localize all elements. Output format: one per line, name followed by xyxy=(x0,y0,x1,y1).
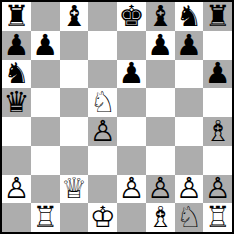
square-g1[interactable]: ♘ xyxy=(175,203,204,232)
black-king: ♚ xyxy=(118,2,144,31)
square-g7[interactable]: ♟ xyxy=(175,31,204,60)
square-b6[interactable] xyxy=(31,60,60,89)
white-king: ♔ xyxy=(90,203,116,232)
square-d7[interactable] xyxy=(88,31,117,60)
black-knight: ♞ xyxy=(176,2,202,31)
square-c2[interactable]: ♕ xyxy=(60,175,89,204)
white-bishop: ♗ xyxy=(205,117,231,146)
square-g4[interactable] xyxy=(175,117,204,146)
square-a3[interactable] xyxy=(2,146,31,175)
square-d3[interactable] xyxy=(88,146,117,175)
square-b3[interactable] xyxy=(31,146,60,175)
square-h8[interactable]: ♜ xyxy=(203,2,232,31)
square-f5[interactable] xyxy=(146,88,175,117)
white-queen: ♕ xyxy=(61,175,87,204)
square-h2[interactable]: ♙ xyxy=(203,175,232,204)
square-h5[interactable] xyxy=(203,88,232,117)
square-d8[interactable] xyxy=(88,2,117,31)
square-c4[interactable] xyxy=(60,117,89,146)
white-pawn: ♙ xyxy=(90,117,116,146)
white-pawn: ♙ xyxy=(176,175,202,204)
square-b5[interactable] xyxy=(31,88,60,117)
black-pawn: ♟ xyxy=(147,31,173,60)
square-f3[interactable] xyxy=(146,146,175,175)
square-h6[interactable]: ♟ xyxy=(203,60,232,89)
square-a6[interactable]: ♞ xyxy=(2,60,31,89)
square-d5[interactable]: ♘ xyxy=(88,88,117,117)
square-e3[interactable] xyxy=(117,146,146,175)
white-bishop: ♗ xyxy=(147,203,173,232)
square-a1[interactable] xyxy=(2,203,31,232)
square-b1[interactable]: ♖ xyxy=(31,203,60,232)
square-h4[interactable]: ♗ xyxy=(203,117,232,146)
white-pawn: ♙ xyxy=(118,175,144,204)
square-d1[interactable]: ♔ xyxy=(88,203,117,232)
black-pawn: ♟ xyxy=(205,60,231,89)
white-pawn: ♙ xyxy=(3,175,29,204)
black-queen: ♛ xyxy=(3,88,29,117)
square-e2[interactable]: ♙ xyxy=(117,175,146,204)
chess-board: ♜♝♚♝♞♜♟♟♟♟♞♟♟♛♘♙♗♙♕♙♙♙♙♖♔♗♘♖ xyxy=(0,0,234,234)
square-b2[interactable] xyxy=(31,175,60,204)
square-e6[interactable]: ♟ xyxy=(117,60,146,89)
white-rook: ♖ xyxy=(205,203,231,232)
black-bishop: ♝ xyxy=(61,2,87,31)
black-knight: ♞ xyxy=(3,60,29,89)
white-knight: ♘ xyxy=(90,88,116,117)
black-pawn: ♟ xyxy=(3,31,29,60)
square-f6[interactable] xyxy=(146,60,175,89)
black-bishop: ♝ xyxy=(147,2,173,31)
square-g5[interactable] xyxy=(175,88,204,117)
black-rook: ♜ xyxy=(205,2,231,31)
black-pawn: ♟ xyxy=(32,31,58,60)
square-f4[interactable] xyxy=(146,117,175,146)
square-d6[interactable] xyxy=(88,60,117,89)
square-f2[interactable]: ♙ xyxy=(146,175,175,204)
square-e7[interactable] xyxy=(117,31,146,60)
square-a2[interactable]: ♙ xyxy=(2,175,31,204)
square-b8[interactable] xyxy=(31,2,60,31)
square-c8[interactable]: ♝ xyxy=(60,2,89,31)
square-c5[interactable] xyxy=(60,88,89,117)
square-d2[interactable] xyxy=(88,175,117,204)
black-pawn: ♟ xyxy=(118,60,144,89)
square-a5[interactable]: ♛ xyxy=(2,88,31,117)
square-a4[interactable] xyxy=(2,117,31,146)
square-f8[interactable]: ♝ xyxy=(146,2,175,31)
black-pawn: ♟ xyxy=(176,31,202,60)
white-rook: ♖ xyxy=(32,203,58,232)
square-e5[interactable] xyxy=(117,88,146,117)
square-h3[interactable] xyxy=(203,146,232,175)
white-pawn: ♙ xyxy=(205,175,231,204)
square-b7[interactable]: ♟ xyxy=(31,31,60,60)
square-c7[interactable] xyxy=(60,31,89,60)
square-a8[interactable]: ♜ xyxy=(2,2,31,31)
square-e4[interactable] xyxy=(117,117,146,146)
square-g6[interactable] xyxy=(175,60,204,89)
square-c3[interactable] xyxy=(60,146,89,175)
square-e1[interactable] xyxy=(117,203,146,232)
square-d4[interactable]: ♙ xyxy=(88,117,117,146)
square-b4[interactable] xyxy=(31,117,60,146)
white-pawn: ♙ xyxy=(147,175,173,204)
black-rook: ♜ xyxy=(3,2,29,31)
square-h1[interactable]: ♖ xyxy=(203,203,232,232)
white-knight: ♘ xyxy=(176,203,202,232)
square-h7[interactable] xyxy=(203,31,232,60)
square-f1[interactable]: ♗ xyxy=(146,203,175,232)
square-c1[interactable] xyxy=(60,203,89,232)
square-c6[interactable] xyxy=(60,60,89,89)
square-g2[interactable]: ♙ xyxy=(175,175,204,204)
square-e8[interactable]: ♚ xyxy=(117,2,146,31)
square-f7[interactable]: ♟ xyxy=(146,31,175,60)
square-g8[interactable]: ♞ xyxy=(175,2,204,31)
square-a7[interactable]: ♟ xyxy=(2,31,31,60)
square-g3[interactable] xyxy=(175,146,204,175)
